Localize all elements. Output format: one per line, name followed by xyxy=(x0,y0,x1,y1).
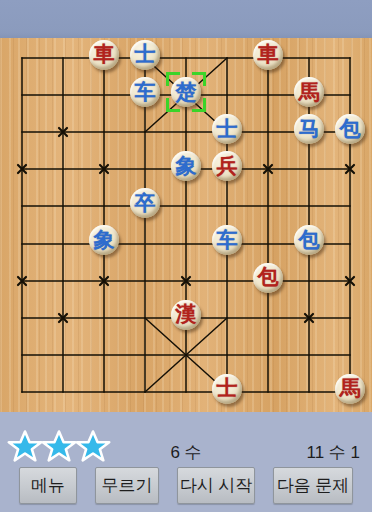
janggi-board[interactable]: 車士車车楚馬士马包象兵卒象车包包漢士馬 xyxy=(0,38,372,412)
piece-glyph: 包 xyxy=(253,263,283,293)
piece-glyph: 象 xyxy=(89,225,119,255)
piece-glyph: 士 xyxy=(130,40,160,70)
piece-blue-chariot[interactable]: 车 xyxy=(125,76,166,113)
piece-blue-pawn[interactable]: 卒 xyxy=(125,188,166,225)
piece-blue-advisor[interactable]: 士 xyxy=(207,114,248,151)
piece-blue-king[interactable]: 楚 xyxy=(166,76,207,113)
piece-red-advisor[interactable]: 士 xyxy=(207,373,248,410)
piece-red-cannon[interactable]: 包 xyxy=(248,262,289,299)
menu-button[interactable]: 메뉴 xyxy=(19,467,77,504)
piece-glyph: 車 xyxy=(253,40,283,70)
piece-glyph: 车 xyxy=(130,77,160,107)
piece-red-chariot[interactable]: 車 xyxy=(84,39,125,76)
piece-glyph: 馬 xyxy=(335,374,365,404)
piece-red-horse[interactable]: 馬 xyxy=(289,76,330,113)
piece-glyph: 楚 xyxy=(171,77,201,107)
piece-grid[interactable]: 車士車车楚馬士马包象兵卒象车包包漢士馬 xyxy=(2,39,371,410)
piece-glyph: 士 xyxy=(212,374,242,404)
piece-glyph: 马 xyxy=(294,114,324,144)
undo-button[interactable]: 무르기 xyxy=(95,467,159,504)
piece-red-chariot[interactable]: 車 xyxy=(248,39,289,76)
bottom-panel: 6 수 11 수 1 메뉴 무르기 다시 시작 다음 문제 xyxy=(0,412,372,512)
piece-blue-cannon[interactable]: 包 xyxy=(289,225,330,262)
piece-blue-cannon[interactable]: 包 xyxy=(330,114,371,151)
piece-glyph: 象 xyxy=(171,151,201,181)
next-problem-button[interactable]: 다음 문제 xyxy=(273,467,353,504)
piece-glyph: 馬 xyxy=(294,77,324,107)
button-row: 메뉴 무르기 다시 시작 다음 문제 xyxy=(0,467,372,504)
piece-red-pawn[interactable]: 兵 xyxy=(207,151,248,188)
piece-blue-chariot[interactable]: 车 xyxy=(207,225,248,262)
piece-red-horse[interactable]: 馬 xyxy=(330,373,371,410)
status-bar xyxy=(0,0,372,38)
piece-blue-advisor[interactable]: 士 xyxy=(125,39,166,76)
piece-glyph: 車 xyxy=(89,40,119,70)
restart-button[interactable]: 다시 시작 xyxy=(177,467,255,504)
piece-glyph: 漢 xyxy=(171,300,201,330)
piece-glyph: 士 xyxy=(212,114,242,144)
piece-blue-elephant[interactable]: 象 xyxy=(84,225,125,262)
piece-blue-horse[interactable]: 马 xyxy=(289,114,330,151)
piece-glyph: 包 xyxy=(335,114,365,144)
piece-glyph: 包 xyxy=(294,225,324,255)
piece-glyph: 卒 xyxy=(130,188,160,218)
piece-blue-elephant[interactable]: 象 xyxy=(166,151,207,188)
piece-glyph: 兵 xyxy=(212,151,242,181)
piece-glyph: 车 xyxy=(212,225,242,255)
piece-red-king[interactable]: 漢 xyxy=(166,299,207,336)
target-move-count: 11 수 1 xyxy=(306,441,360,464)
